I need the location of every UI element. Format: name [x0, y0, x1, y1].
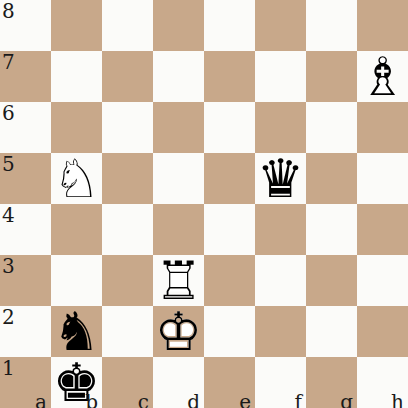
square-c8[interactable] [102, 0, 153, 51]
square-g1[interactable]: g [306, 357, 357, 408]
square-e3[interactable] [204, 255, 255, 306]
white-knight[interactable]: ♞♘ [51, 153, 102, 204]
square-d1[interactable]: d [153, 357, 204, 408]
square-g2[interactable] [306, 306, 357, 357]
square-h7[interactable]: ♝♗ [357, 51, 408, 102]
square-a6[interactable]: 6 [0, 102, 51, 153]
rank-label-5: 5 [2, 154, 15, 174]
rank-label-4: 4 [2, 205, 15, 225]
square-a2[interactable]: 2 [0, 306, 51, 357]
rank-label-1: 1 [2, 358, 15, 378]
square-e1[interactable]: e [204, 357, 255, 408]
square-a8[interactable]: 8 [0, 0, 51, 51]
file-label-e: e [239, 392, 251, 408]
square-c2[interactable] [102, 306, 153, 357]
white-piece-outline-layer: ♘ [51, 153, 102, 204]
square-b5[interactable]: ♞♘ [51, 153, 102, 204]
black-piece-glyph: ♚ [51, 357, 102, 408]
square-c3[interactable] [102, 255, 153, 306]
square-f7[interactable] [255, 51, 306, 102]
square-e8[interactable] [204, 0, 255, 51]
square-h8[interactable] [357, 0, 408, 51]
square-h6[interactable] [357, 102, 408, 153]
square-c7[interactable] [102, 51, 153, 102]
black-knight[interactable]: ♞ [51, 306, 102, 357]
black-queen[interactable]: ♛ [255, 153, 306, 204]
square-g7[interactable] [306, 51, 357, 102]
square-a5[interactable]: 5 [0, 153, 51, 204]
file-label-a: a [35, 392, 47, 408]
square-f2[interactable] [255, 306, 306, 357]
square-g3[interactable] [306, 255, 357, 306]
file-label-c: c [138, 392, 149, 408]
square-d4[interactable] [153, 204, 204, 255]
square-b1[interactable]: b♚ [51, 357, 102, 408]
square-f8[interactable] [255, 0, 306, 51]
square-g5[interactable] [306, 153, 357, 204]
square-b2[interactable]: ♞ [51, 306, 102, 357]
file-label-d: d [187, 392, 200, 408]
square-d2[interactable]: ♚♔ [153, 306, 204, 357]
rank-label-8: 8 [2, 1, 15, 21]
square-a4[interactable]: 4 [0, 204, 51, 255]
square-e2[interactable] [204, 306, 255, 357]
square-g8[interactable] [306, 0, 357, 51]
square-e7[interactable] [204, 51, 255, 102]
rank-label-3: 3 [2, 256, 15, 276]
square-h3[interactable] [357, 255, 408, 306]
square-g6[interactable] [306, 102, 357, 153]
black-king[interactable]: ♚ [51, 357, 102, 408]
square-d6[interactable] [153, 102, 204, 153]
rank-label-7: 7 [2, 52, 15, 72]
square-c5[interactable] [102, 153, 153, 204]
rank-label-2: 2 [2, 307, 15, 327]
square-c6[interactable] [102, 102, 153, 153]
black-piece-glyph: ♛ [255, 153, 306, 204]
white-rook[interactable]: ♜♖ [153, 255, 204, 306]
square-a1[interactable]: 1a [0, 357, 51, 408]
square-g4[interactable] [306, 204, 357, 255]
black-piece-glyph: ♞ [51, 306, 102, 357]
square-b7[interactable] [51, 51, 102, 102]
square-f6[interactable] [255, 102, 306, 153]
square-c1[interactable]: c [102, 357, 153, 408]
square-h4[interactable] [357, 204, 408, 255]
square-a3[interactable]: 3 [0, 255, 51, 306]
square-b8[interactable] [51, 0, 102, 51]
square-d5[interactable] [153, 153, 204, 204]
white-piece-outline-layer: ♖ [153, 255, 204, 306]
square-d7[interactable] [153, 51, 204, 102]
square-f3[interactable] [255, 255, 306, 306]
square-b6[interactable] [51, 102, 102, 153]
square-f4[interactable] [255, 204, 306, 255]
square-h2[interactable] [357, 306, 408, 357]
square-d8[interactable] [153, 0, 204, 51]
square-e5[interactable] [204, 153, 255, 204]
rank-label-6: 6 [2, 103, 15, 123]
square-f1[interactable]: f [255, 357, 306, 408]
square-c4[interactable] [102, 204, 153, 255]
square-h1[interactable]: h [357, 357, 408, 408]
square-a7[interactable]: 7 [0, 51, 51, 102]
white-bishop[interactable]: ♝♗ [357, 51, 408, 102]
file-label-h: h [391, 392, 404, 408]
chess-board: 87♝♗65♞♘♛43♜♖2♞♚♔1ab♚cdefgh [0, 0, 408, 408]
square-b3[interactable] [51, 255, 102, 306]
file-label-f: f [295, 392, 302, 408]
square-h5[interactable] [357, 153, 408, 204]
white-piece-outline-layer: ♔ [153, 306, 204, 357]
file-label-g: g [340, 392, 353, 408]
square-f5[interactable]: ♛ [255, 153, 306, 204]
white-piece-outline-layer: ♗ [357, 51, 408, 102]
square-d3[interactable]: ♜♖ [153, 255, 204, 306]
square-e4[interactable] [204, 204, 255, 255]
white-king[interactable]: ♚♔ [153, 306, 204, 357]
square-b4[interactable] [51, 204, 102, 255]
square-e6[interactable] [204, 102, 255, 153]
